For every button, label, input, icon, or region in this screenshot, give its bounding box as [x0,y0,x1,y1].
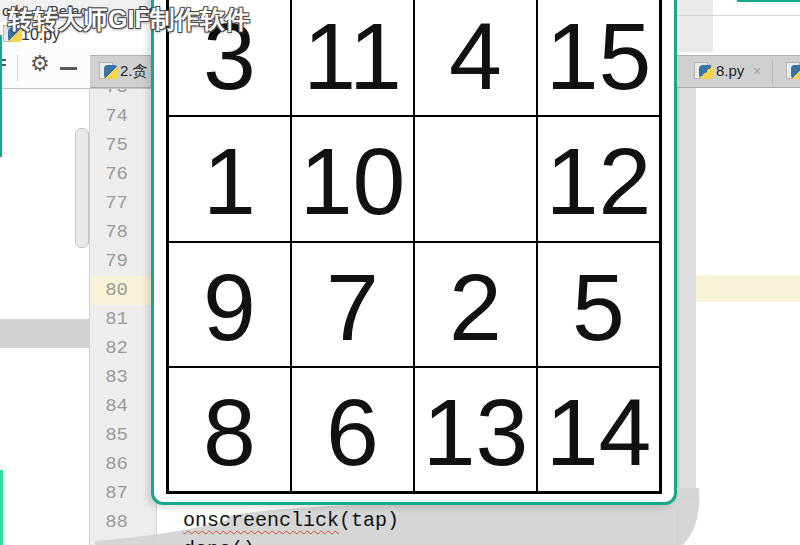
editor-tab-right: 8.py × [676,55,800,88]
minimize-icon[interactable] [60,67,77,70]
line-number-82: 82 [92,334,128,363]
puzzle-tile-2[interactable]: 2 [414,242,537,367]
line-number-86: 86 [92,450,128,479]
line-number-85: 85 [92,421,128,450]
close-icon[interactable]: × [753,63,761,79]
puzzle-empty-cell [414,116,537,241]
puzzle-tile-6[interactable]: 6 [291,367,414,492]
code-line-88: onscreenclick(tap) [183,509,399,532]
puzzle-window: 311415110129725861314 [151,0,677,505]
line-number-80: 80 [92,276,128,305]
watermark-text: 转转大师GIF制作软件 [8,3,250,36]
line-number-75: 75 [92,131,128,160]
code-line-88-rest: (tap) [339,509,399,532]
line-number-79: 79 [92,247,128,276]
line-number-77: 77 [92,189,128,218]
puzzle-tile-11[interactable]: 11 [291,0,414,116]
puzzle-tile-1[interactable]: 1 [168,116,291,241]
gear-icon[interactable]: ⚙ [30,51,50,77]
python-file-icon [791,65,800,79]
puzzle-tile-10[interactable]: 10 [291,116,414,241]
puzzle-tile-7[interactable]: 7 [291,242,414,367]
puzzle-tile-4[interactable]: 4 [414,0,537,116]
editor-horizontal-line [676,15,800,16]
line-numbers: 7374757677787980818283848586878889 [92,73,128,545]
panel-scrollbar[interactable] [75,128,89,248]
tab-2-snake[interactable]: 2.贪 [120,62,148,81]
puzzle-tile-15[interactable]: 15 [537,0,660,116]
python-file-icon [104,65,118,79]
tab-separator [772,60,773,84]
panel-selection-band [0,319,90,348]
line-number-78: 78 [92,218,128,247]
puzzle-tile-13[interactable]: 13 [414,367,537,492]
tab-8py[interactable]: 8.py [716,62,744,79]
background-window-top-edge [737,0,800,2]
line-number-81: 81 [92,305,128,334]
line-number-83: 83 [92,363,128,392]
top-right-editor-area [676,0,800,55]
line-number-74: 74 [92,102,128,131]
puzzle-tile-14[interactable]: 14 [537,367,660,492]
puzzle-tile-12[interactable]: 12 [537,116,660,241]
python-file-icon [699,65,713,79]
line-number-76: 76 [92,160,128,189]
editor-scrollbar-strip[interactable] [679,88,696,500]
puzzle-tile-8[interactable]: 8 [168,367,291,492]
toolbar-separator [17,55,18,81]
code-warning-token: onscreenclick [183,509,339,532]
puzzle-tile-9[interactable]: 9 [168,242,291,367]
puzzle-tile-5[interactable]: 5 [537,242,660,367]
line-number-84: 84 [92,392,128,421]
background-window-left-edge [0,35,2,157]
editor-tab-left: 2.贪 [90,55,157,88]
project-panel [0,88,90,545]
background-window-left-edge-bottom [0,470,3,545]
puzzle-grid: 311415110129725861314 [166,0,662,494]
code-line-89: done() [183,538,255,545]
editor-column-shade [679,0,713,52]
